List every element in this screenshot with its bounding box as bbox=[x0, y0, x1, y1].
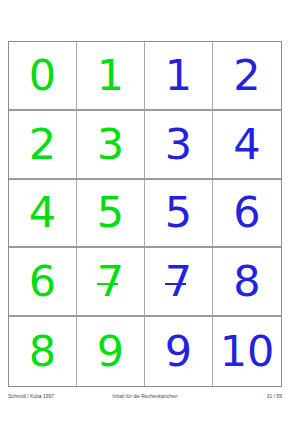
card-number: 3 bbox=[165, 123, 192, 166]
card-number: 4 bbox=[233, 123, 260, 166]
card-cell: 3 bbox=[77, 111, 145, 180]
card-cell: 1 bbox=[145, 42, 213, 111]
card-cell: 7 bbox=[77, 248, 145, 317]
card-number: 9 bbox=[165, 330, 192, 373]
footer-page-number: 31 / 59 bbox=[267, 393, 282, 399]
card-number: 7 bbox=[97, 260, 124, 303]
card-number: 3 bbox=[97, 123, 124, 166]
card-number: 5 bbox=[97, 191, 124, 234]
card-number: 0 bbox=[29, 54, 56, 97]
card-number: 5 bbox=[165, 191, 192, 234]
card-cell: 8 bbox=[9, 317, 77, 386]
worksheet-page: 0 1 1 2 2 3 3 4 4 5 5 6 6 7 7 8 8 9 9 10… bbox=[0, 0, 290, 425]
card-cell: 5 bbox=[145, 180, 213, 249]
card-cell: 7 bbox=[145, 248, 213, 317]
card-number: 8 bbox=[233, 260, 260, 303]
card-cell: 1 bbox=[77, 42, 145, 111]
card-cell: 0 bbox=[9, 42, 77, 111]
card-cell: 9 bbox=[77, 317, 145, 386]
card-number: 4 bbox=[29, 191, 56, 234]
card-cell: 3 bbox=[145, 111, 213, 180]
card-number: 9 bbox=[97, 330, 124, 373]
card-number: 1 bbox=[97, 54, 124, 97]
card-cell: 10 bbox=[213, 317, 281, 386]
card-number: 1 bbox=[165, 54, 192, 97]
card-cell: 4 bbox=[213, 111, 281, 180]
card-cell: 9 bbox=[145, 317, 213, 386]
card-number: 6 bbox=[233, 191, 260, 234]
card-number: 2 bbox=[29, 123, 56, 166]
card-cell: 6 bbox=[9, 248, 77, 317]
card-cell: 5 bbox=[77, 180, 145, 249]
page-footer: Schmidl / Kuba 1997 Inhalt für die Reche… bbox=[8, 393, 282, 403]
card-cell: 2 bbox=[213, 42, 281, 111]
footer-title: Inhalt für die Rechenkärtchen bbox=[112, 393, 177, 399]
card-number: 2 bbox=[233, 54, 260, 97]
card-number: 6 bbox=[29, 260, 56, 303]
card-cell: 6 bbox=[213, 180, 281, 249]
card-cell: 4 bbox=[9, 180, 77, 249]
card-cell: 8 bbox=[213, 248, 281, 317]
card-number: 10 bbox=[220, 330, 275, 373]
card-cell: 2 bbox=[9, 111, 77, 180]
footer-authors: Schmidl / Kuba 1997 bbox=[8, 393, 54, 399]
card-number: 8 bbox=[29, 330, 56, 373]
number-card-grid: 0 1 1 2 2 3 3 4 4 5 5 6 6 7 7 8 8 9 9 10 bbox=[8, 41, 282, 387]
card-number: 7 bbox=[165, 260, 192, 303]
